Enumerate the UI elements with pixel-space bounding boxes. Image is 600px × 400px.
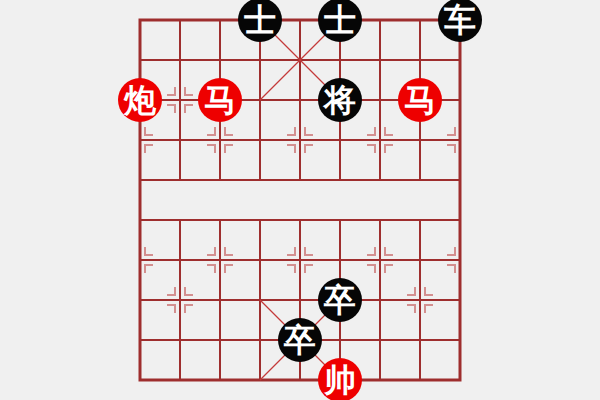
piece-black-advisor[interactable]: 士	[238, 0, 282, 42]
board-intersection-6-5[interactable]	[360, 200, 400, 240]
board-intersection-6-7[interactable]	[360, 280, 400, 320]
board-intersection-8-9[interactable]	[440, 360, 480, 400]
board-intersection-6-2[interactable]	[360, 80, 400, 120]
board-intersection-3-7[interactable]	[240, 280, 280, 320]
board-intersection-6-4[interactable]	[360, 160, 400, 200]
board-intersection-1-6[interactable]	[160, 240, 200, 280]
board-intersection-8-2[interactable]	[440, 80, 480, 120]
board-intersection-8-1[interactable]	[440, 40, 480, 80]
board-intersection-0-9[interactable]	[120, 360, 160, 400]
board-intersection-6-9[interactable]	[360, 360, 400, 400]
board-intersection-1-5[interactable]	[160, 200, 200, 240]
board-intersection-1-1[interactable]	[160, 40, 200, 80]
app-background: 士士车炮马将马卒卒帅	[0, 0, 600, 400]
board-intersection-7-9[interactable]	[400, 360, 440, 400]
board-intersection-0-4[interactable]	[120, 160, 160, 200]
board-intersection-1-2[interactable]	[160, 80, 200, 120]
board-intersection-4-2[interactable]	[280, 80, 320, 120]
board-intersection-0-7[interactable]	[120, 280, 160, 320]
board-intersection-2-3[interactable]	[200, 120, 240, 160]
board-intersection-1-8[interactable]	[160, 320, 200, 360]
board-intersection-6-8[interactable]	[360, 320, 400, 360]
board-intersection-3-3[interactable]	[240, 120, 280, 160]
board-intersection-4-4[interactable]	[280, 160, 320, 200]
board-intersection-0-8[interactable]	[120, 320, 160, 360]
board-intersection-4-0[interactable]	[280, 0, 320, 40]
board-intersection-1-9[interactable]	[160, 360, 200, 400]
board-intersection-7-6[interactable]	[400, 240, 440, 280]
board-intersection-8-8[interactable]	[440, 320, 480, 360]
piece-red-horse[interactable]: 马	[198, 78, 242, 122]
piece-red-horse[interactable]: 马	[398, 78, 442, 122]
board-intersection-2-5[interactable]	[200, 200, 240, 240]
board-intersection-3-6[interactable]	[240, 240, 280, 280]
board-intersection-7-4[interactable]	[400, 160, 440, 200]
board-intersection-0-3[interactable]	[120, 120, 160, 160]
board-intersection-4-1[interactable]	[280, 40, 320, 80]
piece-black-advisor[interactable]: 士	[318, 0, 362, 42]
board-intersection-0-6[interactable]	[120, 240, 160, 280]
board-intersection-2-9[interactable]	[200, 360, 240, 400]
board-intersection-6-6[interactable]	[360, 240, 400, 280]
board-intersection-1-4[interactable]	[160, 160, 200, 200]
board-intersection-1-3[interactable]	[160, 120, 200, 160]
board-intersection-7-7[interactable]	[400, 280, 440, 320]
piece-red-cannon[interactable]: 炮	[118, 78, 162, 122]
board-intersection-8-7[interactable]	[440, 280, 480, 320]
board-intersection-7-1[interactable]	[400, 40, 440, 80]
board-intersection-3-1[interactable]	[240, 40, 280, 80]
board-intersection-5-4[interactable]	[320, 160, 360, 200]
board-intersection-8-6[interactable]	[440, 240, 480, 280]
board-intersection-5-1[interactable]	[320, 40, 360, 80]
xiangqi-board: 士士车炮马将马卒卒帅	[120, 0, 480, 400]
board-intersection-0-5[interactable]	[120, 200, 160, 240]
board-intersection-3-9[interactable]	[240, 360, 280, 400]
board-intersection-2-7[interactable]	[200, 280, 240, 320]
board-intersection-3-2[interactable]	[240, 80, 280, 120]
board-intersection-6-0[interactable]	[360, 0, 400, 40]
board-intersection-7-3[interactable]	[400, 120, 440, 160]
board-intersection-4-6[interactable]	[280, 240, 320, 280]
piece-red-general[interactable]: 帅	[318, 358, 362, 400]
board-intersection-4-9[interactable]	[280, 360, 320, 400]
board-intersection-0-1[interactable]	[120, 40, 160, 80]
board-intersection-6-1[interactable]	[360, 40, 400, 80]
board-intersection-1-0[interactable]	[160, 0, 200, 40]
board-intersection-8-3[interactable]	[440, 120, 480, 160]
board-intersection-5-5[interactable]	[320, 200, 360, 240]
board-intersection-5-6[interactable]	[320, 240, 360, 280]
board-intersection-1-7[interactable]	[160, 280, 200, 320]
board-intersection-5-3[interactable]	[320, 120, 360, 160]
board-intersection-2-4[interactable]	[200, 160, 240, 200]
board-intersection-4-7[interactable]	[280, 280, 320, 320]
board-intersection-7-5[interactable]	[400, 200, 440, 240]
board-intersection-3-4[interactable]	[240, 160, 280, 200]
board-intersection-2-6[interactable]	[200, 240, 240, 280]
piece-black-soldier[interactable]: 卒	[318, 278, 362, 322]
board-intersection-7-0[interactable]	[400, 0, 440, 40]
board-intersection-2-1[interactable]	[200, 40, 240, 80]
board-intersection-3-5[interactable]	[240, 200, 280, 240]
board-intersection-0-0[interactable]	[120, 0, 160, 40]
board-intersection-8-5[interactable]	[440, 200, 480, 240]
board-intersection-5-8[interactable]	[320, 320, 360, 360]
board-intersection-2-0[interactable]	[200, 0, 240, 40]
board-intersection-6-3[interactable]	[360, 120, 400, 160]
piece-black-general[interactable]: 将	[318, 78, 362, 122]
board-intersection-3-8[interactable]	[240, 320, 280, 360]
board-intersection-8-4[interactable]	[440, 160, 480, 200]
board-intersection-2-8[interactable]	[200, 320, 240, 360]
board-intersection-4-5[interactable]	[280, 200, 320, 240]
board-intersection-7-8[interactable]	[400, 320, 440, 360]
piece-black-chariot[interactable]: 车	[438, 0, 482, 42]
piece-black-soldier[interactable]: 卒	[278, 318, 322, 362]
board-intersection-4-3[interactable]	[280, 120, 320, 160]
